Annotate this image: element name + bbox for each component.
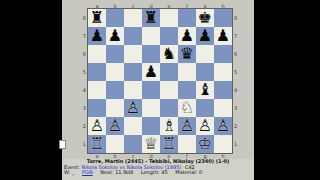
square-d3[interactable] <box>142 99 160 117</box>
square-h5[interactable] <box>214 63 232 81</box>
rank-label-6: 6 <box>78 45 86 63</box>
next-move: Next: 11.Nd4 <box>100 170 133 175</box>
black-rook: ♜ <box>142 9 160 27</box>
square-d6[interactable] <box>142 45 160 63</box>
square-g1[interactable]: ♔ <box>196 135 214 153</box>
square-e2[interactable]: ♗ <box>160 117 178 135</box>
square-h3[interactable] <box>214 99 232 117</box>
square-f8[interactable] <box>178 9 196 27</box>
square-h1[interactable] <box>214 135 232 153</box>
black-queen: ♛ <box>178 45 196 63</box>
square-h4[interactable] <box>214 81 232 99</box>
square-a8[interactable]: ♜ <box>88 9 106 27</box>
square-b1[interactable] <box>106 135 124 153</box>
square-g7[interactable]: ♟ <box>196 27 214 45</box>
white-king: ♔ <box>196 135 214 153</box>
white-knight: ♘ <box>178 99 196 117</box>
square-g6[interactable] <box>196 45 214 63</box>
black-pawn: ♟ <box>178 27 196 45</box>
square-e4[interactable] <box>160 81 178 99</box>
square-a7[interactable]: ♟ <box>88 27 106 45</box>
rank-labels-left: 87654321 <box>78 9 86 153</box>
square-f4[interactable] <box>178 81 196 99</box>
square-g3[interactable] <box>196 99 214 117</box>
square-b4[interactable] <box>106 81 124 99</box>
square-e1[interactable]: ♖ <box>160 135 178 153</box>
square-a4[interactable] <box>88 81 106 99</box>
square-e7[interactable] <box>160 27 178 45</box>
rank-labels-right: 87654321 <box>234 9 242 153</box>
rank-label-7: 7 <box>78 27 86 45</box>
event-label: Event: <box>64 165 80 170</box>
white-pawn: ♙ <box>124 99 142 117</box>
black-pawn: ♟ <box>196 27 214 45</box>
square-b8[interactable] <box>106 9 124 27</box>
rank-label-4: 4 <box>78 81 86 99</box>
square-a6[interactable] <box>88 45 106 63</box>
edge-marker <box>59 140 66 149</box>
letterbox-right <box>254 0 320 180</box>
square-c5[interactable] <box>124 63 142 81</box>
rank-label-2: 2 <box>78 117 86 135</box>
square-h2[interactable]: ♙ <box>214 117 232 135</box>
rank-label-4: 4 <box>234 81 242 99</box>
square-g2[interactable]: ♙ <box>196 117 214 135</box>
square-c7[interactable] <box>124 27 142 45</box>
square-b7[interactable]: ♟ <box>106 27 124 45</box>
square-c2[interactable] <box>124 117 142 135</box>
rank-label-1: 1 <box>234 135 242 153</box>
square-f5[interactable] <box>178 63 196 81</box>
black-rook: ♜ <box>88 9 106 27</box>
black-knight: ♞ <box>160 45 178 63</box>
square-c4[interactable] <box>124 81 142 99</box>
eco-code: C42 <box>185 165 195 170</box>
pgn-link[interactable]: PGN <box>82 170 93 175</box>
game-length: Length: 45 <box>141 170 168 175</box>
rank-label-8: 8 <box>234 9 242 27</box>
square-a2[interactable]: ♙ <box>88 117 106 135</box>
square-g8[interactable]: ♚ <box>196 9 214 27</box>
white-pawn: ♙ <box>196 117 214 135</box>
square-a5[interactable] <box>88 63 106 81</box>
rank-label-5: 5 <box>78 63 86 81</box>
material-balance: Material: 0 <box>175 170 202 175</box>
square-h7[interactable]: ♟ <box>214 27 232 45</box>
square-f3[interactable]: ♘ <box>178 99 196 117</box>
square-c8[interactable] <box>124 9 142 27</box>
rank-label-8: 8 <box>78 9 86 27</box>
square-d2[interactable] <box>142 117 160 135</box>
rank-label-7: 7 <box>234 27 242 45</box>
square-d7[interactable] <box>142 27 160 45</box>
letterbox-left <box>0 0 62 180</box>
square-d8[interactable]: ♜ <box>142 9 160 27</box>
rank-label-3: 3 <box>234 99 242 117</box>
square-f1[interactable] <box>178 135 196 153</box>
square-f6[interactable]: ♛ <box>178 45 196 63</box>
square-e6[interactable]: ♞ <box>160 45 178 63</box>
square-g4[interactable]: ♝ <box>196 81 214 99</box>
square-a3[interactable] <box>88 99 106 117</box>
white-bishop: ♗ <box>160 117 178 135</box>
white-queen: ♕ <box>142 135 160 153</box>
square-f2[interactable]: ♙ <box>178 117 196 135</box>
white-pawn: ♙ <box>178 117 196 135</box>
square-a1[interactable]: ♖ <box>88 135 106 153</box>
white-pawn: ♙ <box>88 117 106 135</box>
rank-label-5: 5 <box>234 63 242 81</box>
square-b3[interactable] <box>106 99 124 117</box>
white-pawn: ♙ <box>106 117 124 135</box>
square-c1[interactable] <box>124 135 142 153</box>
white-pawn: ♙ <box>214 117 232 135</box>
square-h6[interactable] <box>214 45 232 63</box>
square-b5[interactable] <box>106 63 124 81</box>
white-rook: ♖ <box>160 135 178 153</box>
chess-app-window: abcdefgh 87654321 87654321 ♜♜♚♟♟♟♟♟♞♛♟♝♙… <box>62 0 254 180</box>
square-e5[interactable] <box>160 63 178 81</box>
rank-label-2: 2 <box>234 117 242 135</box>
game-info-bar: Torre, Martin (2445) - Tebbibi, Nikolay … <box>62 159 254 180</box>
black-pawn: ♟ <box>214 27 232 45</box>
white-rook: ♖ <box>88 135 106 153</box>
black-pawn: ♟ <box>142 63 160 81</box>
black-king: ♚ <box>196 9 214 27</box>
rank-label-6: 6 <box>234 45 242 63</box>
square-d4[interactable] <box>142 81 160 99</box>
square-b6[interactable] <box>106 45 124 63</box>
black-pawn: ♟ <box>106 27 124 45</box>
square-b2[interactable]: ♙ <box>106 117 124 135</box>
square-d1[interactable]: ♕ <box>142 135 160 153</box>
black-bishop: ♝ <box>196 81 214 99</box>
rank-label-1: 1 <box>78 135 86 153</box>
square-e3[interactable] <box>160 99 178 117</box>
square-g5[interactable] <box>196 63 214 81</box>
black-pawn: ♟ <box>88 27 106 45</box>
chess-board[interactable]: ♜♜♚♟♟♟♟♟♞♛♟♝♙♘♙♙♗♙♙♙♖♕♖♔ <box>88 9 232 153</box>
square-h8[interactable] <box>214 9 232 27</box>
square-c3[interactable]: ♙ <box>124 99 142 117</box>
square-c6[interactable] <box>124 45 142 63</box>
event-link[interactable]: Nikola Sokolov vs Nikola Sokolov (1995) <box>82 165 182 170</box>
square-f7[interactable]: ♟ <box>178 27 196 45</box>
white-indicator: W: _ <box>64 170 74 175</box>
info-line: W: _ PGN Next: 11.Nd4 Length: 45 Materia… <box>62 170 254 176</box>
square-e8[interactable] <box>160 9 178 27</box>
rank-label-3: 3 <box>78 99 86 117</box>
square-d5[interactable]: ♟ <box>142 63 160 81</box>
